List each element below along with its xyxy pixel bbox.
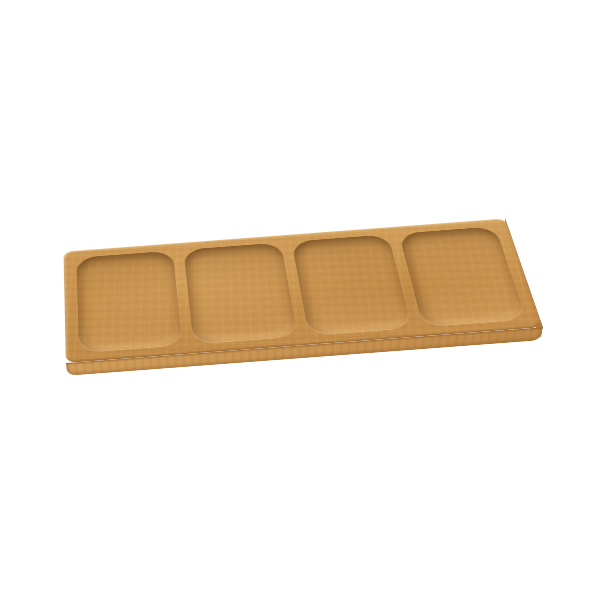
pit-3[interactable]: [291, 234, 412, 335]
pit-1[interactable]: [76, 251, 182, 353]
photo-canvas: [0, 0, 600, 600]
pit-2[interactable]: [184, 242, 297, 343]
pit-4[interactable]: [398, 226, 526, 326]
mancala-board: [59, 191, 530, 385]
board-3d-box: [64, 218, 543, 363]
